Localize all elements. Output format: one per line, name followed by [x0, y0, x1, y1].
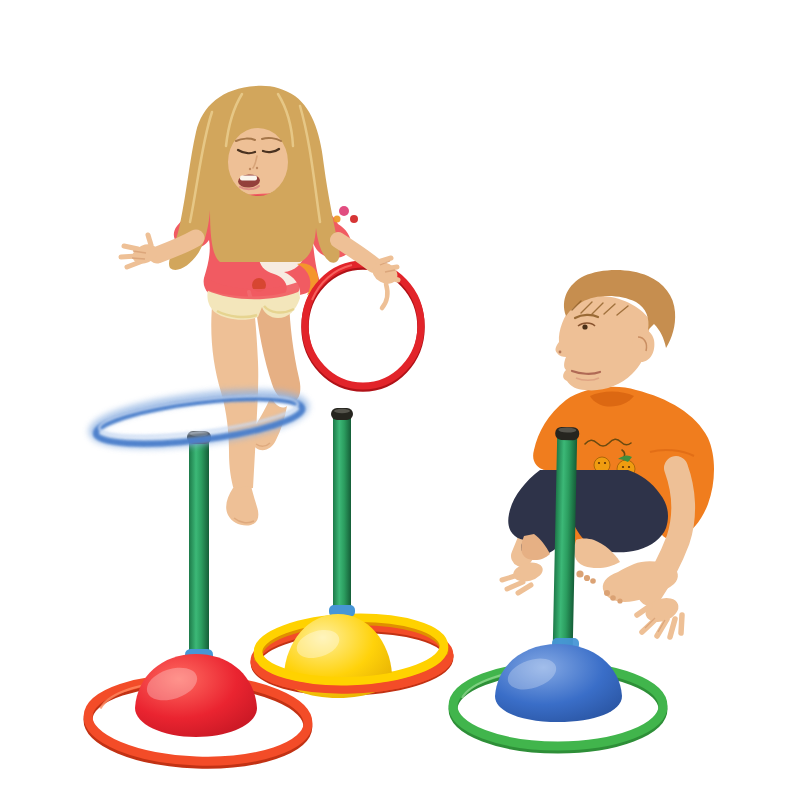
left-pole: [189, 438, 209, 660]
girl-figure: [121, 86, 358, 526]
scene-canvas: [0, 0, 800, 800]
left-post: [87, 431, 310, 768]
boy-eye: [582, 324, 587, 329]
middle-post: [254, 408, 450, 698]
boy-toes-peek: [576, 570, 595, 583]
middle-pole: [333, 414, 351, 614]
boy-figure: [502, 270, 714, 637]
ring-toss-photo: [0, 0, 800, 800]
girl-teeth: [240, 176, 257, 181]
red-ring-held: [305, 264, 421, 388]
girl-foot-front: [226, 486, 258, 526]
boy-head: [556, 270, 676, 390]
girl-arm-holding-ring: [338, 240, 401, 308]
boy-ear: [631, 329, 654, 362]
